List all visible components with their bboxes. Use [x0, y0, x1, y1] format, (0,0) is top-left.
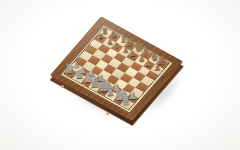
black-pawn-glyph: ♟ — [129, 51, 136, 59]
chess-set-product-photo: ♜♞♝♛♚♝♞♜♟♟♟♟♟♟♟♟♟♟♟♟♟♟♟♟♜♞♝♛♚♝♞♜ — [0, 0, 240, 150]
black-pawn-glyph: ♟ — [107, 38, 113, 45]
black-pawn-glyph: ♟ — [144, 59, 151, 67]
white-rook-glyph: ♜ — [120, 94, 131, 107]
black-pawn-glyph: ♟ — [153, 63, 161, 72]
brass-hinge-pin — [61, 85, 64, 88]
black-pawn-glyph: ♟ — [98, 34, 104, 41]
black-pawn-glyph: ♟ — [113, 42, 120, 49]
brass-hinge-pin — [106, 112, 109, 115]
